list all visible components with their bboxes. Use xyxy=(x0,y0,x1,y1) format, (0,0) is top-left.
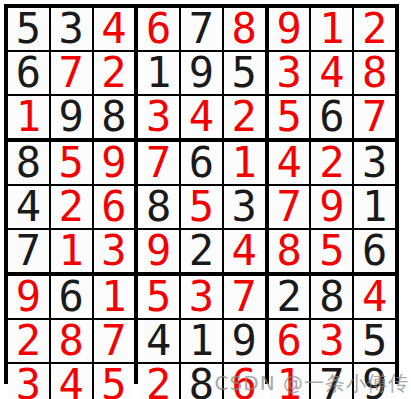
cell-r3c1[interactable]: 1 xyxy=(8,96,49,138)
box-2: 678195342 xyxy=(138,8,264,138)
box-8: 537419286 xyxy=(138,276,264,399)
cell-r9c5[interactable]: 8 xyxy=(181,364,222,399)
cell-r6c9[interactable]: 6 xyxy=(354,230,395,272)
cell-r7c1[interactable]: 9 xyxy=(8,276,49,318)
cell-r5c4[interactable]: 8 xyxy=(138,186,179,228)
cell-r3c8[interactable]: 6 xyxy=(311,96,352,138)
cell-r1c7[interactable]: 9 xyxy=(269,8,310,50)
cell-r6c8[interactable]: 5 xyxy=(311,230,352,272)
cell-r1c4[interactable]: 6 xyxy=(138,8,179,50)
cell-r8c1[interactable]: 2 xyxy=(8,320,49,362)
cell-r4c1[interactable]: 8 xyxy=(8,142,49,184)
cell-r7c7[interactable]: 2 xyxy=(269,276,310,318)
cell-r5c6[interactable]: 3 xyxy=(224,186,265,228)
sudoku-screenshot: 5346721986781953429123485678594267137618… xyxy=(0,0,411,399)
box-7: 961287345 xyxy=(8,276,134,399)
cell-r7c3[interactable]: 1 xyxy=(94,276,135,318)
cell-r6c1[interactable]: 7 xyxy=(8,230,49,272)
cell-r8c2[interactable]: 8 xyxy=(51,320,92,362)
box-3: 912348567 xyxy=(269,8,395,138)
cell-r1c3[interactable]: 4 xyxy=(94,8,135,50)
cell-r2c8[interactable]: 4 xyxy=(311,52,352,94)
cell-r5c7[interactable]: 7 xyxy=(269,186,310,228)
cell-r2c5[interactable]: 9 xyxy=(181,52,222,94)
box-9: 284635179 xyxy=(269,276,395,399)
cell-r6c7[interactable]: 8 xyxy=(269,230,310,272)
cell-r2c4[interactable]: 1 xyxy=(138,52,179,94)
cell-r3c6[interactable]: 2 xyxy=(224,96,265,138)
cell-r5c1[interactable]: 4 xyxy=(8,186,49,228)
cell-r7c9[interactable]: 4 xyxy=(354,276,395,318)
cell-r3c4[interactable]: 3 xyxy=(138,96,179,138)
cell-r4c6[interactable]: 1 xyxy=(224,142,265,184)
cell-r2c9[interactable]: 8 xyxy=(354,52,395,94)
cell-r9c7[interactable]: 1 xyxy=(269,364,310,399)
cell-r4c3[interactable]: 9 xyxy=(94,142,135,184)
cell-r4c5[interactable]: 6 xyxy=(181,142,222,184)
box-6: 423791856 xyxy=(269,142,395,272)
cell-r2c6[interactable]: 5 xyxy=(224,52,265,94)
cell-r1c1[interactable]: 5 xyxy=(8,8,49,50)
cell-r4c9[interactable]: 3 xyxy=(354,142,395,184)
cell-r5c9[interactable]: 1 xyxy=(354,186,395,228)
cell-r4c8[interactable]: 2 xyxy=(311,142,352,184)
cell-r3c3[interactable]: 8 xyxy=(94,96,135,138)
cell-r3c5[interactable]: 4 xyxy=(181,96,222,138)
cell-r9c8[interactable]: 7 xyxy=(311,364,352,399)
cell-r9c2[interactable]: 4 xyxy=(51,364,92,399)
cell-r6c3[interactable]: 3 xyxy=(94,230,135,272)
box-5: 761853924 xyxy=(138,142,264,272)
cell-r3c2[interactable]: 9 xyxy=(51,96,92,138)
cell-r5c3[interactable]: 6 xyxy=(94,186,135,228)
cell-r6c5[interactable]: 2 xyxy=(181,230,222,272)
box-1: 534672198 xyxy=(8,8,134,138)
cell-r8c4[interactable]: 4 xyxy=(138,320,179,362)
cell-r8c7[interactable]: 6 xyxy=(269,320,310,362)
cell-r9c3[interactable]: 5 xyxy=(94,364,135,399)
cell-r1c2[interactable]: 3 xyxy=(51,8,92,50)
cell-r1c5[interactable]: 7 xyxy=(181,8,222,50)
cell-r6c6[interactable]: 4 xyxy=(224,230,265,272)
cell-r7c2[interactable]: 6 xyxy=(51,276,92,318)
cell-r2c7[interactable]: 3 xyxy=(269,52,310,94)
box-4: 859426713 xyxy=(8,142,134,272)
cell-r6c4[interactable]: 9 xyxy=(138,230,179,272)
cell-r7c8[interactable]: 8 xyxy=(311,276,352,318)
cell-r5c2[interactable]: 2 xyxy=(51,186,92,228)
cell-r4c7[interactable]: 4 xyxy=(269,142,310,184)
cell-r9c4[interactable]: 2 xyxy=(138,364,179,399)
cell-r6c2[interactable]: 1 xyxy=(51,230,92,272)
cell-r8c6[interactable]: 9 xyxy=(224,320,265,362)
cell-r2c2[interactable]: 7 xyxy=(51,52,92,94)
cell-r9c6[interactable]: 6 xyxy=(224,364,265,399)
cell-r7c5[interactable]: 3 xyxy=(181,276,222,318)
cell-r7c4[interactable]: 5 xyxy=(138,276,179,318)
cell-r2c3[interactable]: 2 xyxy=(94,52,135,94)
cell-r9c9[interactable]: 9 xyxy=(354,364,395,399)
cell-r7c6[interactable]: 7 xyxy=(224,276,265,318)
cell-r1c8[interactable]: 1 xyxy=(311,8,352,50)
cell-r4c2[interactable]: 5 xyxy=(51,142,92,184)
sudoku-board: 5346721986781953429123485678594267137618… xyxy=(4,4,399,384)
cell-r2c1[interactable]: 6 xyxy=(8,52,49,94)
cell-r8c5[interactable]: 1 xyxy=(181,320,222,362)
cell-r3c7[interactable]: 5 xyxy=(269,96,310,138)
cell-r3c9[interactable]: 7 xyxy=(354,96,395,138)
cell-r8c9[interactable]: 5 xyxy=(354,320,395,362)
cell-r4c4[interactable]: 7 xyxy=(138,142,179,184)
cell-r1c6[interactable]: 8 xyxy=(224,8,265,50)
cell-r5c5[interactable]: 5 xyxy=(181,186,222,228)
cell-r1c9[interactable]: 2 xyxy=(354,8,395,50)
cell-r9c1[interactable]: 3 xyxy=(8,364,49,399)
cell-r5c8[interactable]: 9 xyxy=(311,186,352,228)
cell-r8c3[interactable]: 7 xyxy=(94,320,135,362)
cell-r8c8[interactable]: 3 xyxy=(311,320,352,362)
